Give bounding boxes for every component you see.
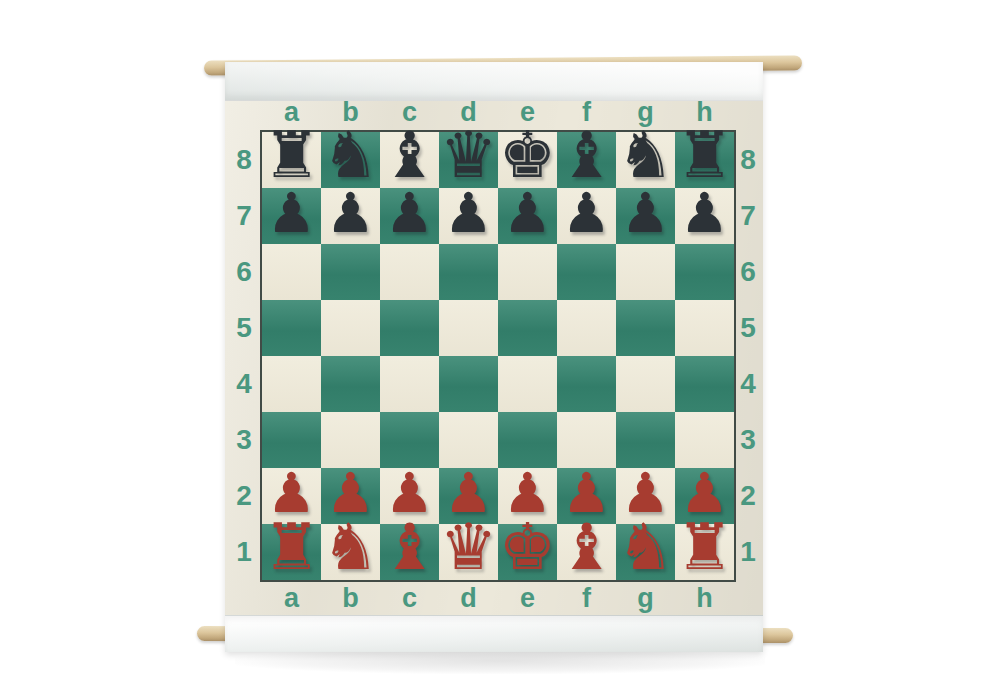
rank-label-7: 7: [735, 188, 761, 244]
square-c7[interactable]: ♟: [380, 188, 439, 244]
square-a4[interactable]: [262, 356, 321, 412]
square-a6[interactable]: [262, 244, 321, 300]
rank-label-4: 4: [735, 356, 761, 412]
square-c3[interactable]: [380, 412, 439, 468]
file-label-b: b: [321, 582, 380, 614]
piece-red-queen[interactable]: ♛: [440, 515, 497, 579]
piece-black-pawn[interactable]: ♟: [562, 186, 611, 241]
square-d4[interactable]: [439, 356, 498, 412]
square-b8[interactable]: ♞: [321, 132, 380, 188]
rank-label-1: 1: [735, 524, 761, 580]
file-label-a: a: [262, 582, 321, 614]
demo-chess-board-scene: abcdefgh abcdefgh 87654321 87654321 ♜♞♝♛…: [0, 0, 1000, 700]
square-a1[interactable]: ♜: [262, 524, 321, 580]
piece-black-knight[interactable]: ♞: [617, 123, 674, 187]
file-label-h: h: [675, 582, 734, 614]
square-h7[interactable]: ♟: [675, 188, 734, 244]
square-f1[interactable]: ♝: [557, 524, 616, 580]
rank-label-1: 1: [231, 524, 257, 580]
square-d7[interactable]: ♟: [439, 188, 498, 244]
square-h4[interactable]: [675, 356, 734, 412]
chess-board: ♜♞♝♛♚♝♞♜♟♟♟♟♟♟♟♟♟♟♟♟♟♟♟♟♜♞♝♛♚♝♞♜: [260, 130, 736, 582]
square-f7[interactable]: ♟: [557, 188, 616, 244]
file-label-f: f: [557, 582, 616, 614]
square-b1[interactable]: ♞: [321, 524, 380, 580]
piece-red-bishop[interactable]: ♝: [381, 515, 438, 579]
square-h8[interactable]: ♜: [675, 132, 734, 188]
piece-black-bishop[interactable]: ♝: [558, 123, 615, 187]
piece-red-bishop[interactable]: ♝: [558, 515, 615, 579]
rank-label-6: 6: [735, 244, 761, 300]
piece-red-knight[interactable]: ♞: [322, 515, 379, 579]
rank-label-5: 5: [735, 300, 761, 356]
piece-red-rook[interactable]: ♜: [263, 515, 320, 579]
piece-black-bishop[interactable]: ♝: [381, 123, 438, 187]
square-a8[interactable]: ♜: [262, 132, 321, 188]
square-e7[interactable]: ♟: [498, 188, 557, 244]
square-c8[interactable]: ♝: [380, 132, 439, 188]
square-a5[interactable]: [262, 300, 321, 356]
square-c5[interactable]: [380, 300, 439, 356]
rank-label-2: 2: [735, 468, 761, 524]
square-g5[interactable]: [616, 300, 675, 356]
file-labels-bottom: abcdefgh: [262, 582, 734, 614]
square-c6[interactable]: [380, 244, 439, 300]
square-g1[interactable]: ♞: [616, 524, 675, 580]
square-e6[interactable]: [498, 244, 557, 300]
square-b4[interactable]: [321, 356, 380, 412]
square-e8[interactable]: ♚: [498, 132, 557, 188]
square-f4[interactable]: [557, 356, 616, 412]
square-c4[interactable]: [380, 356, 439, 412]
piece-black-pawn[interactable]: ♟: [326, 186, 375, 241]
file-label-e: e: [498, 582, 557, 614]
piece-red-knight[interactable]: ♞: [617, 515, 674, 579]
rank-label-3: 3: [231, 412, 257, 468]
square-a3[interactable]: [262, 412, 321, 468]
square-b5[interactable]: [321, 300, 380, 356]
piece-black-queen[interactable]: ♛: [440, 123, 497, 187]
square-e4[interactable]: [498, 356, 557, 412]
piece-black-knight[interactable]: ♞: [322, 123, 379, 187]
square-b3[interactable]: [321, 412, 380, 468]
piece-black-pawn[interactable]: ♟: [621, 186, 670, 241]
square-f6[interactable]: [557, 244, 616, 300]
piece-black-pawn[interactable]: ♟: [267, 186, 316, 241]
square-f3[interactable]: [557, 412, 616, 468]
piece-black-rook[interactable]: ♜: [676, 123, 733, 187]
file-label-g: g: [616, 582, 675, 614]
square-d6[interactable]: [439, 244, 498, 300]
square-g8[interactable]: ♞: [616, 132, 675, 188]
square-a7[interactable]: ♟: [262, 188, 321, 244]
square-h6[interactable]: [675, 244, 734, 300]
square-h1[interactable]: ♜: [675, 524, 734, 580]
square-d8[interactable]: ♛: [439, 132, 498, 188]
rank-label-8: 8: [231, 132, 257, 188]
piece-black-rook[interactable]: ♜: [263, 123, 320, 187]
square-b6[interactable]: [321, 244, 380, 300]
piece-red-king[interactable]: ♚: [499, 515, 556, 579]
square-h3[interactable]: [675, 412, 734, 468]
square-e1[interactable]: ♚: [498, 524, 557, 580]
rank-labels-right: 87654321: [735, 132, 761, 580]
file-label-c: c: [380, 582, 439, 614]
rank-label-3: 3: [735, 412, 761, 468]
piece-black-pawn[interactable]: ♟: [503, 186, 552, 241]
file-label-d: d: [439, 582, 498, 614]
piece-black-pawn[interactable]: ♟: [444, 186, 493, 241]
rank-labels-left: 87654321: [231, 132, 257, 580]
square-d3[interactable]: [439, 412, 498, 468]
square-d5[interactable]: [439, 300, 498, 356]
square-h5[interactable]: [675, 300, 734, 356]
rank-label-2: 2: [231, 468, 257, 524]
vinyl-banner: abcdefgh abcdefgh 87654321 87654321 ♜♞♝♛…: [225, 62, 763, 652]
square-g3[interactable]: [616, 412, 675, 468]
square-c1[interactable]: ♝: [380, 524, 439, 580]
rank-label-8: 8: [735, 132, 761, 188]
square-g4[interactable]: [616, 356, 675, 412]
square-b7[interactable]: ♟: [321, 188, 380, 244]
square-d1[interactable]: ♛: [439, 524, 498, 580]
square-e5[interactable]: [498, 300, 557, 356]
square-e3[interactable]: [498, 412, 557, 468]
square-g7[interactable]: ♟: [616, 188, 675, 244]
piece-red-rook[interactable]: ♜: [676, 515, 733, 579]
piece-black-king[interactable]: ♚: [499, 123, 556, 187]
bottom-rod-sleeve: [225, 615, 763, 652]
piece-black-pawn[interactable]: ♟: [385, 186, 434, 241]
piece-black-pawn[interactable]: ♟: [680, 186, 729, 241]
rank-label-6: 6: [231, 244, 257, 300]
square-f5[interactable]: [557, 300, 616, 356]
square-f8[interactable]: ♝: [557, 132, 616, 188]
rank-label-4: 4: [231, 356, 257, 412]
rank-label-7: 7: [231, 188, 257, 244]
rank-label-5: 5: [231, 300, 257, 356]
square-g6[interactable]: [616, 244, 675, 300]
